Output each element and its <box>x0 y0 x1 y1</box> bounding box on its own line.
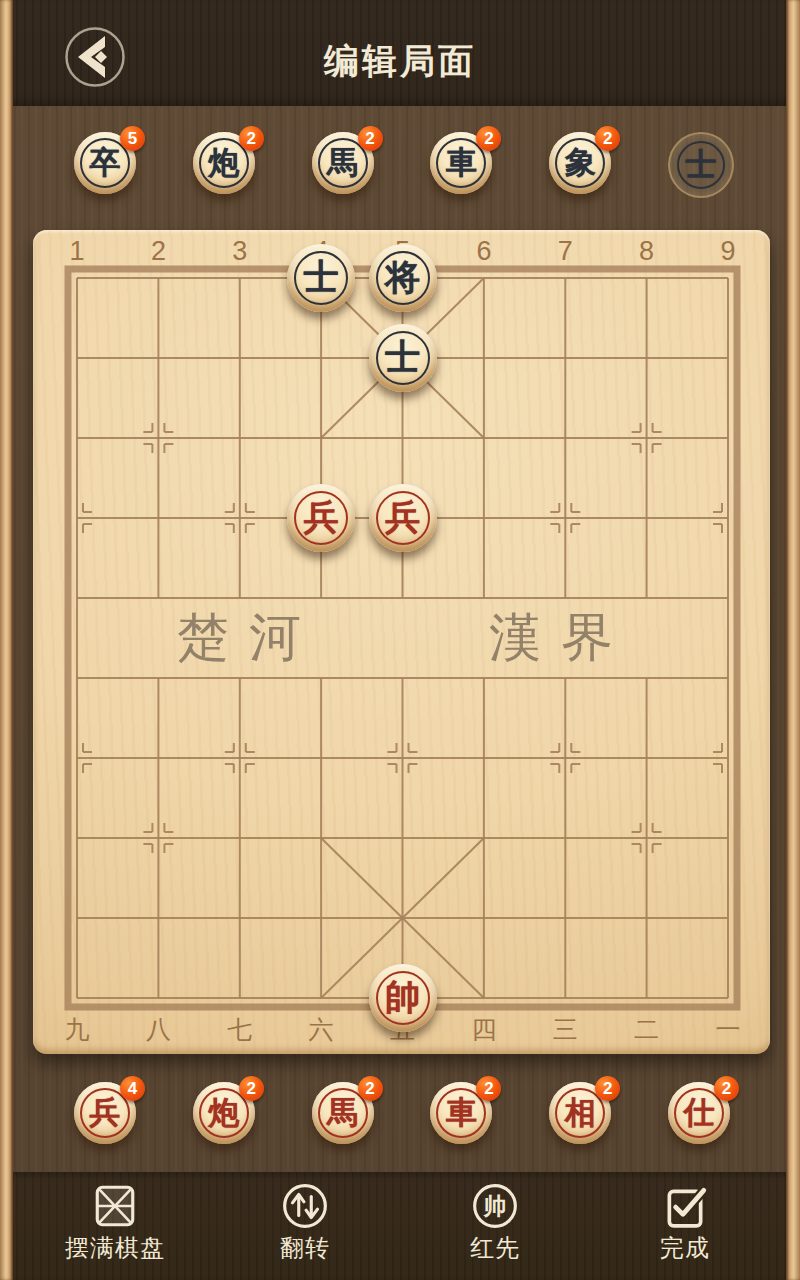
red-first-icon: 帅 <box>471 1182 519 1230</box>
piece-character: 炮 <box>208 147 239 178</box>
svg-text:二: 二 <box>634 1015 659 1043</box>
piece-count-badge: 2 <box>358 126 383 151</box>
piece-character: 仕 <box>683 1097 714 1128</box>
piece-character: 兵 <box>304 500 339 535</box>
board-piece-black[interactable]: 士 <box>369 324 437 392</box>
piece-character: 馬 <box>327 1097 358 1128</box>
piece-count-badge: 2 <box>239 126 264 151</box>
svg-text:一: 一 <box>716 1015 741 1043</box>
black-piece-tray: 卒5炮2馬2車2象2士 <box>13 106 786 230</box>
board-piece-red[interactable]: 兵 <box>369 484 437 552</box>
page-title: 编辑局面 <box>0 38 800 85</box>
tray-slot[interactable]: 馬2 <box>312 132 374 194</box>
piece-character: 卒 <box>90 147 121 178</box>
piece-ring: 兵 <box>376 491 430 545</box>
board-piece-red[interactable]: 帥 <box>369 964 437 1032</box>
xiangqi-board[interactable]: NaN123456789九八七六五四三二一楚河漢界士将士兵兵帥 <box>33 230 770 1054</box>
red-piece-tray: 兵4炮2馬2車2相2仕2 <box>13 1058 786 1172</box>
board-piece-red[interactable]: 兵 <box>287 484 355 552</box>
tray-slot[interactable]: 車2 <box>430 1082 492 1144</box>
svg-text:七: 七 <box>227 1015 252 1043</box>
tray-slot[interactable]: 馬2 <box>312 1082 374 1144</box>
piece-character: 炮 <box>208 1097 239 1128</box>
bottom-toolbar: 摆满棋盘 翻转 帅 红先 <box>0 1172 800 1280</box>
right-wood-rail <box>786 0 800 1280</box>
piece-character: 士 <box>685 149 716 180</box>
piece-character: 馬 <box>327 147 358 178</box>
piece-character: 兵 <box>385 500 420 535</box>
svg-text:1: 1 <box>69 236 84 266</box>
piece-count-badge: 2 <box>595 1076 620 1101</box>
piece-count-badge: 2 <box>476 1076 501 1101</box>
piece-count-badge: 2 <box>714 1076 739 1101</box>
piece-character: 士 <box>385 340 420 375</box>
svg-text:八: 八 <box>146 1015 171 1043</box>
svg-text:楚河: 楚河 <box>177 609 321 666</box>
piece-count-badge: 2 <box>476 126 501 151</box>
board-piece-black[interactable]: 将 <box>369 244 437 312</box>
red-first-button[interactable]: 帅 红先 <box>400 1172 590 1280</box>
svg-text:6: 6 <box>476 236 491 266</box>
board-piece-black[interactable]: 士 <box>287 244 355 312</box>
svg-text:漢界: 漢界 <box>489 609 633 666</box>
piece-ring: 士 <box>294 251 348 305</box>
fill-board-button[interactable]: 摆满棋盘 <box>20 1172 210 1280</box>
piece-count-badge: 2 <box>239 1076 264 1101</box>
piece-count-badge: 2 <box>595 126 620 151</box>
tray-slot-ghost-black[interactable]: 士 <box>668 132 734 198</box>
done-button[interactable]: 完成 <box>590 1172 780 1280</box>
tray-slot[interactable]: 仕2 <box>668 1082 730 1144</box>
svg-text:九: 九 <box>65 1015 90 1043</box>
svg-text:7: 7 <box>558 236 573 266</box>
tray-slot[interactable]: 炮2 <box>193 1082 255 1144</box>
piece-ring: 帥 <box>376 971 430 1025</box>
tray-slot[interactable]: 兵4 <box>74 1082 136 1144</box>
piece-character: 士 <box>304 260 339 295</box>
svg-text:三: 三 <box>553 1015 578 1043</box>
svg-text:3: 3 <box>232 236 247 266</box>
piece-character: 車 <box>446 1097 477 1128</box>
fill-board-icon <box>91 1182 139 1230</box>
piece-ring: 士 <box>376 331 430 385</box>
xiangqi-editor-screen: 编辑局面 卒5炮2馬2車2象2士 NaN123456789九八七六五四三二一楚河… <box>0 0 800 1280</box>
svg-text:帅: 帅 <box>483 1193 507 1219</box>
svg-text:2: 2 <box>151 236 166 266</box>
piece-ring: 将 <box>376 251 430 305</box>
svg-text:9: 9 <box>720 236 735 266</box>
svg-text:六: 六 <box>309 1015 334 1043</box>
done-icon <box>661 1182 709 1230</box>
piece-character: 象 <box>565 147 596 178</box>
tray-slot[interactable]: 士 <box>668 132 730 194</box>
piece-character: 帥 <box>385 980 420 1015</box>
tray-slot[interactable]: 車2 <box>430 132 492 194</box>
flip-label: 翻转 <box>280 1232 330 1264</box>
tray-slot[interactable]: 炮2 <box>193 132 255 194</box>
piece-ring: 士 <box>677 141 725 189</box>
piece-count-badge: 4 <box>120 1076 145 1101</box>
piece-character: 将 <box>385 260 420 295</box>
flip-button[interactable]: 翻转 <box>210 1172 400 1280</box>
done-label: 完成 <box>660 1232 710 1264</box>
piece-count-badge: 2 <box>358 1076 383 1101</box>
piece-character: 相 <box>565 1097 596 1128</box>
svg-text:四: 四 <box>471 1015 496 1043</box>
tray-slot[interactable]: 卒5 <box>74 132 136 194</box>
left-wood-rail <box>0 0 13 1280</box>
red-first-label: 红先 <box>470 1232 520 1264</box>
fill-board-label: 摆满棋盘 <box>65 1232 165 1264</box>
tray-slot[interactable]: 象2 <box>549 132 611 194</box>
piece-ring: 兵 <box>294 491 348 545</box>
svg-text:8: 8 <box>639 236 654 266</box>
flip-icon <box>281 1182 329 1230</box>
piece-character: 車 <box>446 147 477 178</box>
piece-count-badge: 5 <box>120 126 145 151</box>
piece-character: 兵 <box>90 1097 121 1128</box>
tray-slot[interactable]: 相2 <box>549 1082 611 1144</box>
header-bar: 编辑局面 <box>0 0 800 106</box>
